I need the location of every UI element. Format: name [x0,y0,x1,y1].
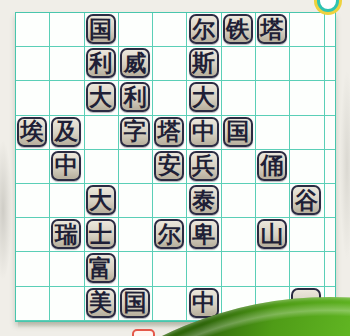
letter-tile[interactable]: 塔 [257,14,287,44]
letter-tile[interactable]: 大 [189,82,219,112]
letter-tile[interactable]: 中 [189,288,219,318]
letter-tile[interactable]: 谷 [291,185,321,215]
top-right-circle-button[interactable] [317,0,339,12]
letter-tile[interactable]: 泰 [189,185,219,215]
tray-tile-partial[interactable] [132,329,155,336]
letter-tile[interactable]: 国 [86,14,116,44]
letter-tile[interactable]: 威 [120,48,150,78]
letter-tile[interactable]: 及 [51,117,81,147]
letter-tile[interactable]: 俑 [257,151,287,181]
letter-tile[interactable]: 士 [86,219,116,249]
letter-tile[interactable]: 卑 [189,219,219,249]
letter-tile[interactable]: 兵 [189,151,219,181]
letter-tile[interactable]: 大 [86,82,116,112]
letter-tile[interactable]: 山 [257,219,287,249]
letter-tile[interactable]: 埃 [17,117,47,147]
letter-tile[interactable]: 大 [86,185,116,215]
letter-tile[interactable]: 国 [120,288,150,318]
letter-tile[interactable]: 中 [189,117,219,147]
letter-tile[interactable]: 塔 [154,117,184,147]
background-shadow-left [0,140,12,280]
letter-tile[interactable]: 国 [223,117,253,147]
letter-tile[interactable]: 美 [86,288,116,318]
letter-tile[interactable]: 铁 [223,14,253,44]
letter-tile[interactable]: 安 [154,151,184,181]
letter-tile[interactable]: 富 [86,253,116,283]
crossword-board: 国尔铁塔利威斯大利大埃及字塔中国中安兵俑大泰谷瑞士尔卑山富美国中 [15,12,336,322]
letter-tile[interactable]: 利 [120,82,150,112]
letter-tile[interactable]: 瑞 [51,219,81,249]
letter-tile[interactable]: 字 [120,117,150,147]
letter-tile[interactable]: 斯 [189,48,219,78]
letter-tile[interactable]: 利 [86,48,116,78]
letter-tile[interactable]: 尔 [154,219,184,249]
letter-tile[interactable]: 中 [51,151,81,181]
background-shadow-right [340,70,350,260]
letter-tile[interactable]: 尔 [189,14,219,44]
